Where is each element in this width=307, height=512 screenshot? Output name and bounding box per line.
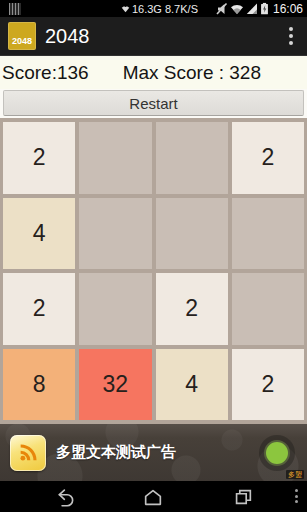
status-icons [216, 2, 269, 15]
tile-8-r4c1: 8 [3, 349, 75, 421]
overflow-menu-button[interactable] [283, 21, 299, 51]
tile-2-r3c1: 2 [3, 273, 75, 345]
tile-4-r4c3: 4 [156, 349, 228, 421]
empty-cell-r3c4 [232, 273, 304, 345]
rss-icon [17, 442, 39, 464]
overflow-dot [289, 34, 293, 38]
nav-menu-dot [295, 495, 298, 498]
empty-cell-r2c2 [79, 198, 151, 270]
empty-cell-r2c4 [232, 198, 304, 270]
signal-icon [246, 3, 258, 15]
home-icon [141, 486, 165, 508]
restart-row: Restart [0, 89, 307, 118]
app-icon-label: 2048 [12, 36, 32, 50]
tile-2-r1c4: 2 [232, 122, 304, 194]
network-speed: 16.3G 8.7K/S [121, 3, 198, 15]
ad-banner[interactable]: 多盟文本测试广告 多盟 [0, 424, 307, 481]
empty-cell-r1c2 [79, 122, 151, 194]
network-activity-icon [121, 3, 130, 14]
nav-menu-dot [295, 500, 298, 503]
score-bar: Score:136 Max Score : 328 [0, 56, 307, 89]
back-button[interactable] [18, 486, 108, 508]
tile-2-r4c4: 2 [232, 349, 304, 421]
current-score: Score:136 [2, 62, 89, 84]
overflow-dot [289, 27, 293, 31]
recents-button[interactable] [198, 486, 288, 508]
clock: 16:06 [273, 2, 303, 16]
empty-cell-r3c2 [79, 273, 151, 345]
max-score: Max Score : 328 [123, 62, 261, 84]
nav-menu-dot [295, 489, 298, 492]
ad-action-button[interactable] [264, 440, 290, 466]
network-speed-text: 16.3G 8.7K/S [132, 3, 198, 15]
wifi-icon [230, 3, 244, 15]
app-title: 2048 [45, 25, 90, 48]
navigation-bar [0, 481, 307, 512]
empty-cell-r2c3 [156, 198, 228, 270]
battery-charging-icon [260, 2, 269, 15]
status-bar: 16.3G 8.7K/S 16:06 [0, 0, 307, 17]
ad-watermark: 多盟 [286, 470, 304, 479]
ad-app-icon [10, 435, 46, 471]
ad-text: 多盟文本测试广告 [56, 443, 176, 462]
tile-2-r3c3: 2 [156, 273, 228, 345]
app-bar: 2048 2048 [0, 17, 307, 56]
restart-button[interactable]: Restart [3, 90, 304, 116]
phone-screen: 16.3G 8.7K/S 16:06 2048 [0, 0, 307, 512]
home-button[interactable] [108, 486, 198, 508]
overflow-dot [289, 41, 293, 45]
back-icon [51, 486, 75, 508]
game-board[interactable]: 2242283242 [0, 118, 307, 424]
app-launcher-icon: 2048 [8, 22, 36, 50]
tile-2-r1c1: 2 [3, 122, 75, 194]
mute-icon [216, 3, 228, 15]
tile-32-r4c2: 32 [79, 349, 151, 421]
nav-menu-button[interactable] [293, 487, 300, 505]
recents-icon [231, 486, 255, 508]
notification-stripes-icon [9, 3, 21, 15]
empty-cell-r1c3 [156, 122, 228, 194]
tile-4-r2c1: 4 [3, 198, 75, 270]
